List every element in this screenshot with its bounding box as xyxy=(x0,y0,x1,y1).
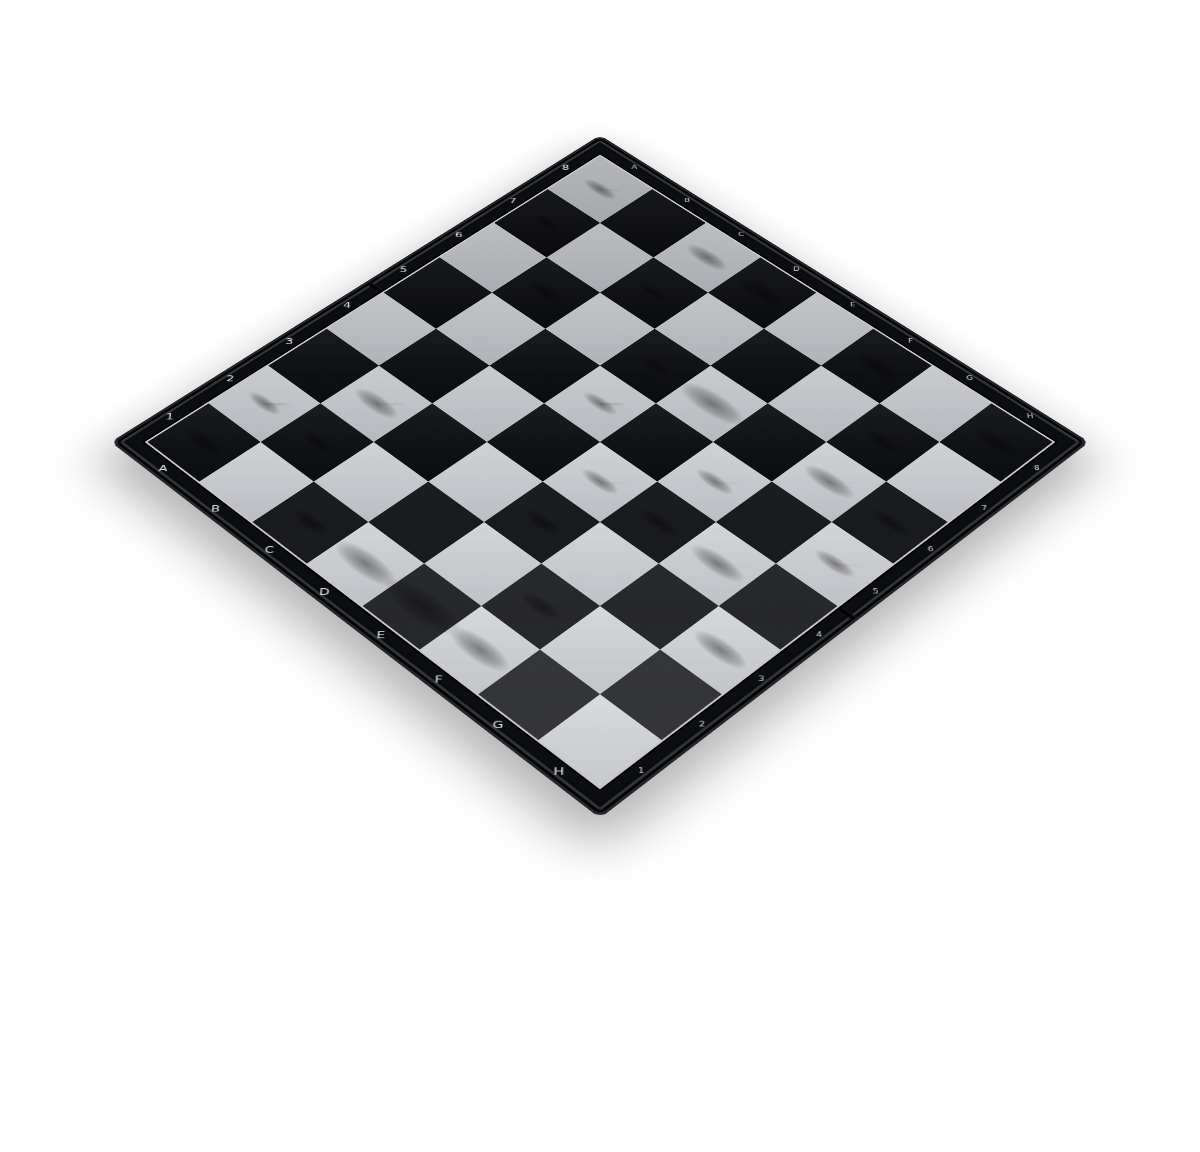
silver-rook-glyph: ♜ xyxy=(669,545,772,660)
board-plane: AABBCCDDEEFFGGHH1122334455667788♜♝♛♝♜♟♟♟… xyxy=(111,135,1090,818)
file-label-near-f: F xyxy=(434,674,442,684)
rank-label-near-7: 7 xyxy=(509,197,517,205)
square-g2[interactable] xyxy=(540,606,660,694)
chess-scene: AABBCCDDEEFFGGHH1122334455667788♜♝♛♝♜♟♟♟… xyxy=(0,0,1200,1152)
gold-pawn-glyph: ♟ xyxy=(796,485,873,571)
file-label-far-a: A xyxy=(632,165,638,170)
silver-bishop-glyph: ♝ xyxy=(420,528,540,662)
